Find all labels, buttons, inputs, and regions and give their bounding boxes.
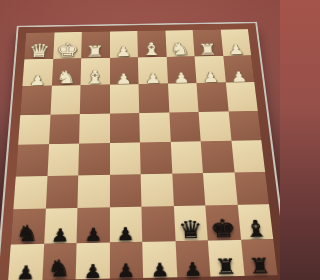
square-f7[interactable]: ♟ <box>77 207 110 242</box>
square-g3[interactable] <box>50 85 80 114</box>
white-pawn[interactable]: ♟ <box>116 45 132 57</box>
square-g5[interactable] <box>47 143 79 175</box>
white-knight[interactable]: ♞ <box>170 41 191 57</box>
black-pawn[interactable]: ♟ <box>51 227 70 244</box>
square-f3[interactable] <box>80 84 110 113</box>
square-g1[interactable]: ♚ <box>53 32 82 58</box>
square-h4[interactable] <box>18 114 50 144</box>
black-pawn[interactable]: ♟ <box>183 260 203 277</box>
square-e6[interactable] <box>109 173 141 207</box>
black-pawn[interactable]: ♟ <box>84 227 102 244</box>
black-pawn[interactable]: ♟ <box>117 226 135 243</box>
black-queen[interactable]: ♛ <box>178 219 204 241</box>
square-a5[interactable] <box>231 140 265 172</box>
white-pawn[interactable]: ♟ <box>231 70 248 83</box>
square-d3[interactable] <box>139 83 169 112</box>
square-h6[interactable] <box>13 175 47 209</box>
square-d1[interactable]: ♝ <box>137 30 166 56</box>
square-h5[interactable] <box>16 144 49 176</box>
square-d2[interactable]: ♟ <box>138 56 168 84</box>
white-pawn[interactable]: ♟ <box>173 71 190 84</box>
square-f6[interactable] <box>77 174 109 208</box>
chess-board-scene: ♛♚♜♟♝♞♜♟♟♞♝♟♟♟♟♟♞♟♟♟♛♚♝♟♞♟♟♟♟♜♜ <box>0 23 280 280</box>
square-a1[interactable]: ♟ <box>220 29 251 55</box>
white-pawn[interactable]: ♟ <box>228 43 245 55</box>
square-f4[interactable] <box>79 113 109 143</box>
square-g7[interactable]: ♟ <box>44 208 78 243</box>
square-c1[interactable]: ♞ <box>165 30 195 56</box>
square-c4[interactable] <box>169 111 201 141</box>
square-a4[interactable] <box>228 110 261 140</box>
chess-board[interactable]: ♛♚♜♟♝♞♜♟♟♞♝♟♟♟♟♟♞♟♟♟♛♚♝♟♞♟♟♟♟♜♜ <box>8 29 278 280</box>
white-pawn[interactable]: ♟ <box>116 72 132 85</box>
square-e4[interactable] <box>109 112 139 142</box>
square-h8[interactable]: ♟ <box>8 243 44 280</box>
square-h1[interactable]: ♛ <box>24 32 54 59</box>
white-pawn[interactable]: ♟ <box>145 72 162 85</box>
board-frame: ♛♚♜♟♝♞♜♟♟♞♝♟♟♟♟♟♞♟♟♟♛♚♝♟♞♟♟♟♟♜♜ <box>0 23 280 280</box>
square-c5[interactable] <box>170 141 203 173</box>
black-knight[interactable]: ♞ <box>16 224 40 245</box>
white-bishop[interactable]: ♝ <box>84 69 105 86</box>
square-g2[interactable]: ♞ <box>51 58 81 86</box>
white-rook[interactable]: ♜ <box>86 44 104 58</box>
square-h7[interactable]: ♞ <box>11 208 46 243</box>
square-c7[interactable]: ♛ <box>173 205 207 240</box>
square-g4[interactable] <box>49 113 80 143</box>
square-c8[interactable]: ♟ <box>175 240 210 277</box>
black-pawn[interactable]: ♟ <box>117 262 136 279</box>
black-rook[interactable]: ♜ <box>215 257 238 277</box>
square-a6[interactable] <box>234 171 269 204</box>
square-b2[interactable]: ♟ <box>195 55 226 83</box>
square-d8[interactable]: ♟ <box>142 240 177 277</box>
square-c6[interactable] <box>172 172 205 205</box>
white-pawn[interactable]: ♟ <box>29 74 46 87</box>
square-b5[interactable] <box>201 140 234 172</box>
black-knight[interactable]: ♞ <box>47 259 71 280</box>
square-c2[interactable]: ♟ <box>166 56 196 84</box>
white-queen[interactable]: ♛ <box>28 42 51 59</box>
black-rook[interactable]: ♜ <box>248 256 272 276</box>
square-b6[interactable] <box>203 172 237 205</box>
square-d7[interactable] <box>141 206 175 241</box>
white-rook[interactable]: ♜ <box>199 42 218 56</box>
square-e1[interactable]: ♟ <box>110 31 138 57</box>
square-e8[interactable]: ♟ <box>109 241 143 278</box>
black-king[interactable]: ♚ <box>210 217 238 240</box>
square-f8[interactable]: ♟ <box>76 242 110 279</box>
white-knight[interactable]: ♞ <box>56 70 77 86</box>
black-bishop[interactable]: ♝ <box>243 218 269 240</box>
square-c3[interactable] <box>168 83 199 112</box>
square-b4[interactable] <box>199 111 231 141</box>
square-d6[interactable] <box>141 173 174 207</box>
black-pawn[interactable]: ♟ <box>83 262 102 279</box>
square-e2[interactable]: ♟ <box>110 57 139 85</box>
square-a2[interactable]: ♟ <box>223 55 255 83</box>
square-b7[interactable]: ♚ <box>205 204 240 239</box>
square-e7[interactable]: ♟ <box>109 206 142 241</box>
square-f2[interactable]: ♝ <box>81 57 110 85</box>
square-d4[interactable] <box>139 112 170 142</box>
black-pawn[interactable]: ♟ <box>15 264 35 280</box>
square-f1[interactable]: ♜ <box>81 31 109 57</box>
square-b3[interactable] <box>196 82 228 111</box>
square-d5[interactable] <box>140 141 172 173</box>
square-a7[interactable]: ♝ <box>237 204 273 239</box>
square-e3[interactable] <box>110 84 140 113</box>
square-f5[interactable] <box>78 143 109 175</box>
square-g6[interactable] <box>45 175 78 209</box>
square-h3[interactable] <box>20 85 51 114</box>
white-bishop[interactable]: ♝ <box>141 41 162 57</box>
white-king[interactable]: ♚ <box>56 41 79 59</box>
square-a8[interactable]: ♜ <box>241 238 278 275</box>
square-a3[interactable] <box>225 82 257 111</box>
white-pawn[interactable]: ♟ <box>202 71 219 84</box>
square-h2[interactable]: ♟ <box>22 58 52 86</box>
square-b1[interactable]: ♜ <box>193 29 223 55</box>
square-g8[interactable]: ♞ <box>42 242 77 279</box>
square-e5[interactable] <box>109 142 140 174</box>
square-b8[interactable]: ♜ <box>208 239 244 276</box>
black-pawn[interactable]: ♟ <box>150 261 169 278</box>
